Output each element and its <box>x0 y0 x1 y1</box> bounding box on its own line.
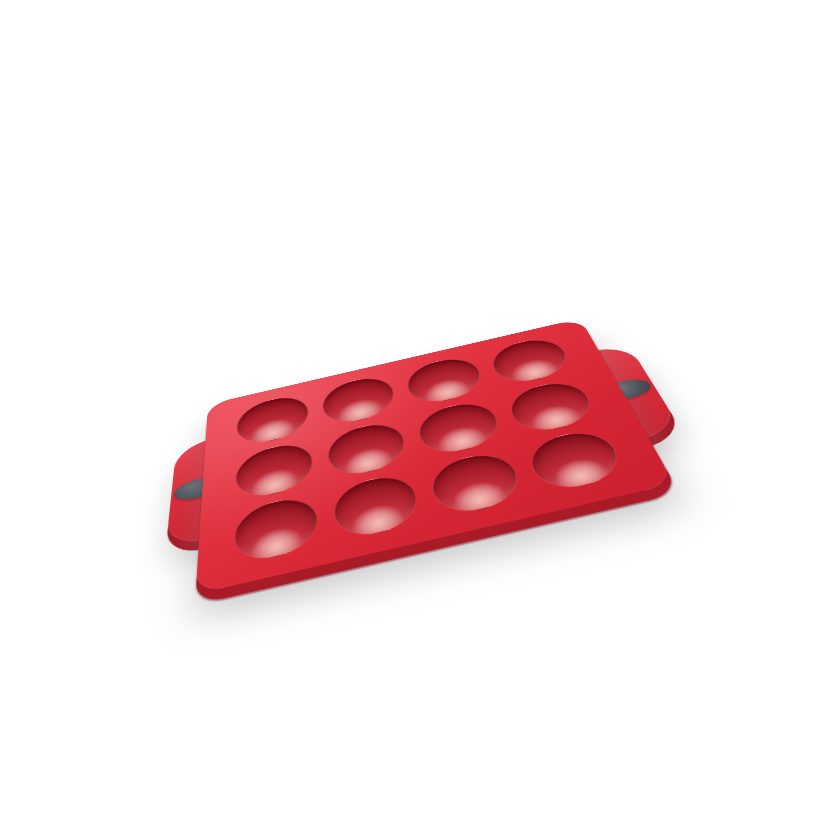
muffin-cup <box>414 397 504 459</box>
muffin-cup <box>235 438 314 503</box>
muffin-cup <box>325 418 409 481</box>
muffin-pan <box>196 318 675 594</box>
